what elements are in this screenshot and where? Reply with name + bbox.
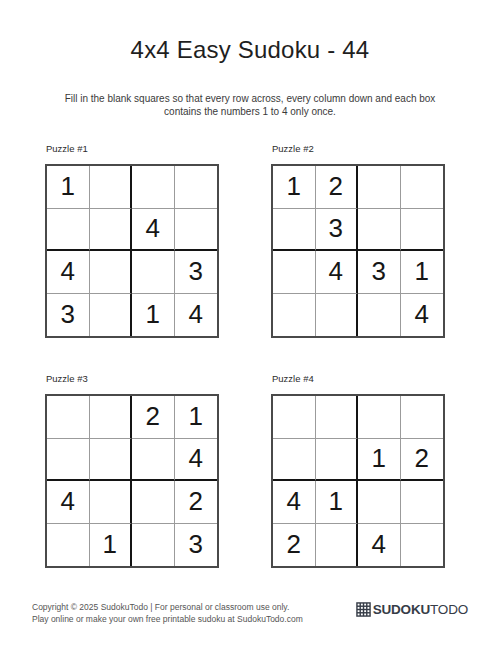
sudoku-empty-cell: [401, 396, 444, 439]
sudoku-grid-icon: [356, 602, 371, 617]
sudoku-given-cell: 2: [132, 396, 175, 439]
sudoku-empty-cell: [316, 524, 359, 567]
sudoku-empty-cell: [358, 396, 401, 439]
sudoku-empty-cell: [358, 481, 401, 524]
puzzle-2-label: Puzzle #2: [272, 143, 447, 155]
sudoku-given-cell: 4: [316, 251, 359, 294]
sudoku-empty-cell: [273, 294, 316, 337]
sudoku-given-cell: 3: [358, 251, 401, 294]
sudoku-empty-cell: [132, 481, 175, 524]
sudoku-empty-cell: [273, 209, 316, 252]
sudoku-given-cell: 4: [358, 524, 401, 567]
puzzle-3-label: Puzzle #3: [46, 373, 221, 385]
sudoku-given-cell: 1: [47, 166, 90, 209]
sudoku-given-cell: 3: [316, 209, 359, 252]
puzzle-4-label: Puzzle #4: [272, 373, 447, 385]
sudoku-given-cell: 4: [175, 439, 218, 482]
sudoku-given-cell: 4: [47, 481, 90, 524]
page-title: 4x4 Easy Sudoku - 44: [0, 36, 500, 64]
sudoku-empty-cell: [132, 524, 175, 567]
sudoku-given-cell: 4: [47, 251, 90, 294]
sudoku-given-cell: 1: [175, 396, 218, 439]
sudoku-given-cell: 4: [273, 481, 316, 524]
logo-wordmark-bold: SUDOKU: [373, 602, 430, 617]
sudoku-empty-cell: [401, 166, 444, 209]
sudoku-given-cell: 4: [175, 294, 218, 337]
sudoku-empty-cell: [90, 166, 133, 209]
sudoku-empty-cell: [401, 209, 444, 252]
sudoku-given-cell: 2: [273, 524, 316, 567]
sudoku-empty-cell: [175, 166, 218, 209]
sudoku-given-cell: 1: [316, 481, 359, 524]
puzzle-1-label: Puzzle #1: [46, 143, 221, 155]
sudoku-empty-cell: [132, 251, 175, 294]
puzzle-4: Puzzle #4 124124: [271, 373, 447, 568]
sudoku-empty-cell: [90, 439, 133, 482]
sudoku-given-cell: 1: [132, 294, 175, 337]
sudoku-given-cell: 2: [175, 481, 218, 524]
sudoku-empty-cell: [90, 294, 133, 337]
sudoku-empty-cell: [90, 251, 133, 294]
sudoku-given-cell: 4: [401, 294, 444, 337]
copyright-line-1: Copyright © 2025 SudokuTodo | For person…: [32, 602, 303, 614]
puzzle-3: Puzzle #3 2144213: [45, 373, 221, 568]
sudoku-grid-1: 1443314: [45, 164, 219, 338]
sudoku-given-cell: 1: [90, 524, 133, 567]
sudoku-empty-cell: [273, 439, 316, 482]
instructions-text: Fill in the blank squares so that every …: [55, 92, 445, 118]
sudoku-empty-cell: [401, 481, 444, 524]
sudoku-empty-cell: [90, 396, 133, 439]
sudoku-given-cell: 3: [175, 251, 218, 294]
puzzle-1: Puzzle #1 1443314: [45, 143, 221, 338]
sudoku-empty-cell: [273, 251, 316, 294]
sudokutodo-logo: SUDOKUTODO: [356, 600, 468, 618]
sudoku-empty-cell: [175, 209, 218, 252]
printable-sudoku-sheet: 4x4 Easy Sudoku - 44 Fill in the blank s…: [0, 0, 500, 647]
sudoku-given-cell: 1: [273, 166, 316, 209]
sudoku-grid-4: 124124: [271, 394, 445, 568]
sudoku-empty-cell: [316, 294, 359, 337]
puzzle-2: Puzzle #2 1234314: [271, 143, 447, 338]
sudoku-empty-cell: [273, 396, 316, 439]
sudoku-empty-cell: [47, 524, 90, 567]
sudoku-given-cell: 2: [401, 439, 444, 482]
sudoku-given-cell: 4: [132, 209, 175, 252]
sudoku-empty-cell: [90, 209, 133, 252]
copyright-text: Copyright © 2025 SudokuTodo | For person…: [32, 602, 303, 625]
logo-wordmark: SUDOKUTODO: [373, 602, 468, 617]
sudoku-empty-cell: [47, 396, 90, 439]
sudoku-grid-3: 2144213: [45, 394, 219, 568]
sudoku-given-cell: 1: [401, 251, 444, 294]
sudoku-empty-cell: [132, 166, 175, 209]
sudoku-given-cell: 3: [175, 524, 218, 567]
sudoku-empty-cell: [358, 209, 401, 252]
sudoku-given-cell: 1: [358, 439, 401, 482]
sudoku-given-cell: 2: [316, 166, 359, 209]
copyright-line-2: Play online or make your own free printa…: [32, 614, 303, 626]
sudoku-empty-cell: [316, 396, 359, 439]
logo-wordmark-light: TODO: [430, 602, 468, 617]
sudoku-empty-cell: [358, 166, 401, 209]
sudoku-empty-cell: [47, 209, 90, 252]
sudoku-grid-2: 1234314: [271, 164, 445, 338]
sudoku-empty-cell: [401, 524, 444, 567]
sudoku-empty-cell: [90, 481, 133, 524]
sudoku-given-cell: 3: [47, 294, 90, 337]
sudoku-empty-cell: [132, 439, 175, 482]
sudoku-empty-cell: [358, 294, 401, 337]
sudoku-empty-cell: [316, 439, 359, 482]
sudoku-empty-cell: [47, 439, 90, 482]
